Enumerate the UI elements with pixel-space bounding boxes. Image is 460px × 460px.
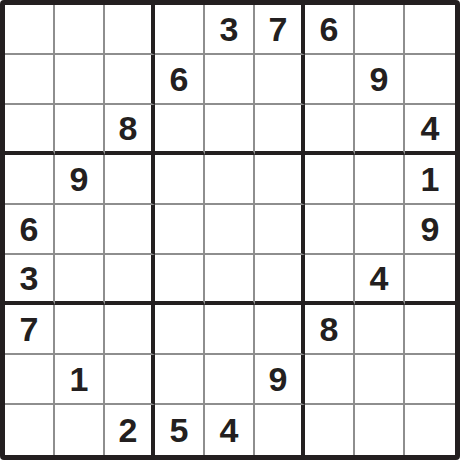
sudoku-cell-empty[interactable] — [355, 205, 405, 255]
sudoku-cell-empty[interactable] — [405, 405, 455, 455]
sudoku-cell-empty[interactable] — [255, 305, 305, 355]
sudoku-cell-empty[interactable] — [5, 155, 55, 205]
sudoku-cell-empty[interactable] — [5, 105, 55, 155]
sudoku-cell-empty[interactable] — [205, 355, 255, 405]
sudoku-cell-empty[interactable] — [405, 355, 455, 405]
sudoku-cell-empty[interactable] — [305, 155, 355, 205]
sudoku-cell-empty[interactable] — [205, 55, 255, 105]
sudoku-cell-empty[interactable] — [55, 205, 105, 255]
sudoku-cell-given: 4 — [355, 255, 405, 305]
sudoku-cell-empty[interactable] — [105, 255, 155, 305]
sudoku-cell-given: 8 — [305, 305, 355, 355]
sudoku-cell-empty[interactable] — [55, 405, 105, 455]
sudoku-cell-empty[interactable] — [155, 5, 205, 55]
sudoku-cell-empty[interactable] — [305, 405, 355, 455]
sudoku-cell-empty[interactable] — [205, 205, 255, 255]
sudoku-cell-given: 1 — [405, 155, 455, 205]
sudoku-cell-empty[interactable] — [355, 105, 405, 155]
sudoku-cell-empty[interactable] — [205, 305, 255, 355]
sudoku-cell-empty[interactable] — [255, 205, 305, 255]
sudoku-cell-empty[interactable] — [255, 105, 305, 155]
sudoku-cell-given: 9 — [355, 55, 405, 105]
sudoku-cell-empty[interactable] — [205, 105, 255, 155]
sudoku-cell-empty[interactable] — [55, 105, 105, 155]
sudoku-cell-empty[interactable] — [155, 105, 205, 155]
sudoku-cell-given: 9 — [405, 205, 455, 255]
sudoku-cell-given: 6 — [305, 5, 355, 55]
sudoku-cell-empty[interactable] — [305, 205, 355, 255]
sudoku-cell-empty[interactable] — [405, 305, 455, 355]
sudoku-cell-empty[interactable] — [405, 255, 455, 305]
sudoku-cell-empty[interactable] — [405, 5, 455, 55]
sudoku-cell-empty[interactable] — [155, 255, 205, 305]
sudoku-cell-empty[interactable] — [255, 155, 305, 205]
sudoku-cell-empty[interactable] — [205, 155, 255, 205]
sudoku-cell-empty[interactable] — [355, 405, 405, 455]
sudoku-cell-empty[interactable] — [355, 305, 405, 355]
sudoku-cell-empty[interactable] — [255, 55, 305, 105]
sudoku-cell-empty[interactable] — [305, 255, 355, 305]
sudoku-cell-given: 3 — [5, 255, 55, 305]
sudoku-puzzle: 37669849169347819254 — [0, 0, 460, 460]
sudoku-cell-given: 3 — [205, 5, 255, 55]
sudoku-cell-empty[interactable] — [55, 5, 105, 55]
sudoku-cell-given: 7 — [255, 5, 305, 55]
sudoku-cell-empty[interactable] — [105, 5, 155, 55]
sudoku-cell-empty[interactable] — [55, 55, 105, 105]
sudoku-cell-empty[interactable] — [405, 55, 455, 105]
sudoku-cell-given: 6 — [155, 55, 205, 105]
sudoku-cell-given: 7 — [5, 305, 55, 355]
sudoku-cell-empty[interactable] — [5, 5, 55, 55]
sudoku-cell-empty[interactable] — [55, 305, 105, 355]
sudoku-cell-empty[interactable] — [205, 255, 255, 305]
sudoku-cell-given: 6 — [5, 205, 55, 255]
sudoku-cell-empty[interactable] — [155, 205, 205, 255]
sudoku-cell-empty[interactable] — [255, 255, 305, 305]
sudoku-cell-empty[interactable] — [5, 355, 55, 405]
sudoku-cell-empty[interactable] — [305, 105, 355, 155]
sudoku-cell-empty[interactable] — [355, 155, 405, 205]
sudoku-cell-empty[interactable] — [155, 155, 205, 205]
sudoku-cell-empty[interactable] — [105, 355, 155, 405]
sudoku-cell-given: 9 — [55, 155, 105, 205]
sudoku-cell-empty[interactable] — [105, 305, 155, 355]
sudoku-board: 37669849169347819254 — [0, 0, 460, 460]
sudoku-cell-empty[interactable] — [255, 405, 305, 455]
sudoku-cell-empty[interactable] — [155, 355, 205, 405]
sudoku-cell-empty[interactable] — [5, 405, 55, 455]
sudoku-cell-given: 8 — [105, 105, 155, 155]
sudoku-cell-empty[interactable] — [5, 55, 55, 105]
sudoku-cell-given: 5 — [155, 405, 205, 455]
sudoku-cell-empty[interactable] — [55, 255, 105, 305]
sudoku-cell-empty[interactable] — [355, 355, 405, 405]
sudoku-cell-empty[interactable] — [305, 355, 355, 405]
sudoku-cell-empty[interactable] — [105, 155, 155, 205]
sudoku-cell-given: 1 — [55, 355, 105, 405]
sudoku-cell-empty[interactable] — [155, 305, 205, 355]
sudoku-cell-empty[interactable] — [105, 205, 155, 255]
sudoku-cell-given: 4 — [205, 405, 255, 455]
sudoku-cell-given: 4 — [405, 105, 455, 155]
sudoku-cell-empty[interactable] — [105, 55, 155, 105]
sudoku-cell-given: 9 — [255, 355, 305, 405]
sudoku-cell-empty[interactable] — [305, 55, 355, 105]
sudoku-cell-given: 2 — [105, 405, 155, 455]
sudoku-cell-empty[interactable] — [355, 5, 405, 55]
